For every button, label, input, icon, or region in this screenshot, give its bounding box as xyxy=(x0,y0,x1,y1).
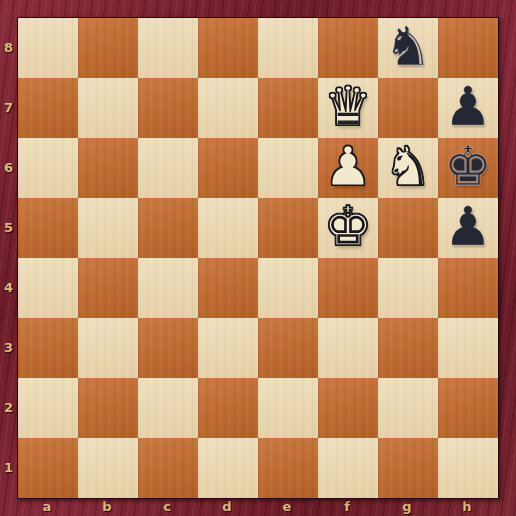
file-label-g: g xyxy=(377,497,437,516)
square-a1[interactable] xyxy=(18,438,78,498)
square-c8[interactable] xyxy=(138,18,198,78)
square-d8[interactable] xyxy=(198,18,258,78)
square-g8[interactable]: ♞ xyxy=(378,18,438,78)
chess-board[interactable]: ♞♛♟♟♞♚♚♟ xyxy=(17,17,499,499)
square-c2[interactable] xyxy=(138,378,198,438)
square-a8[interactable] xyxy=(18,18,78,78)
square-h6[interactable]: ♚ xyxy=(438,138,498,198)
square-c1[interactable] xyxy=(138,438,198,498)
square-b6[interactable] xyxy=(78,138,138,198)
rank-label-6: 6 xyxy=(0,137,17,197)
square-e4[interactable] xyxy=(258,258,318,318)
rank-label-3: 3 xyxy=(0,317,17,377)
square-g4[interactable] xyxy=(378,258,438,318)
square-h7[interactable]: ♟ xyxy=(438,78,498,138)
file-label-h: h xyxy=(437,497,497,516)
rank-label-2: 2 xyxy=(0,377,17,437)
square-h2[interactable] xyxy=(438,378,498,438)
square-a5[interactable] xyxy=(18,198,78,258)
file-label-e: e xyxy=(257,497,317,516)
square-g6[interactable]: ♞ xyxy=(378,138,438,198)
rank-label-1: 1 xyxy=(0,437,17,497)
square-f8[interactable] xyxy=(318,18,378,78)
white-queen-piece[interactable]: ♛ xyxy=(324,80,372,134)
square-e2[interactable] xyxy=(258,378,318,438)
file-label-f: f xyxy=(317,497,377,516)
rank-labels: 87654321 xyxy=(0,17,17,497)
square-a6[interactable] xyxy=(18,138,78,198)
square-g5[interactable] xyxy=(378,198,438,258)
square-c6[interactable] xyxy=(138,138,198,198)
square-d3[interactable] xyxy=(198,318,258,378)
square-g2[interactable] xyxy=(378,378,438,438)
square-b3[interactable] xyxy=(78,318,138,378)
file-label-a: a xyxy=(17,497,77,516)
rank-label-7: 7 xyxy=(0,77,17,137)
black-knight-piece[interactable]: ♞ xyxy=(384,20,432,74)
white-pawn-piece[interactable]: ♟ xyxy=(324,140,372,194)
rank-label-4: 4 xyxy=(0,257,17,317)
square-e1[interactable] xyxy=(258,438,318,498)
square-a4[interactable] xyxy=(18,258,78,318)
square-a3[interactable] xyxy=(18,318,78,378)
white-knight-piece[interactable]: ♞ xyxy=(384,140,432,194)
square-e5[interactable] xyxy=(258,198,318,258)
square-h1[interactable] xyxy=(438,438,498,498)
square-b4[interactable] xyxy=(78,258,138,318)
square-b2[interactable] xyxy=(78,378,138,438)
square-f1[interactable] xyxy=(318,438,378,498)
square-h4[interactable] xyxy=(438,258,498,318)
rank-label-8: 8 xyxy=(0,17,17,77)
square-d5[interactable] xyxy=(198,198,258,258)
square-g1[interactable] xyxy=(378,438,438,498)
square-b1[interactable] xyxy=(78,438,138,498)
square-f5[interactable]: ♚ xyxy=(318,198,378,258)
square-c4[interactable] xyxy=(138,258,198,318)
square-g7[interactable] xyxy=(378,78,438,138)
square-b5[interactable] xyxy=(78,198,138,258)
square-b8[interactable] xyxy=(78,18,138,78)
square-h8[interactable] xyxy=(438,18,498,78)
square-d7[interactable] xyxy=(198,78,258,138)
file-label-b: b xyxy=(77,497,137,516)
chess-board-window: 87654321 abcdefgh ♞♛♟♟♞♚♚♟ xyxy=(0,0,516,516)
square-h5[interactable]: ♟ xyxy=(438,198,498,258)
square-b7[interactable] xyxy=(78,78,138,138)
square-f7[interactable]: ♛ xyxy=(318,78,378,138)
square-e3[interactable] xyxy=(258,318,318,378)
square-e6[interactable] xyxy=(258,138,318,198)
square-c3[interactable] xyxy=(138,318,198,378)
square-c7[interactable] xyxy=(138,78,198,138)
square-f2[interactable] xyxy=(318,378,378,438)
square-a7[interactable] xyxy=(18,78,78,138)
rank-label-5: 5 xyxy=(0,197,17,257)
file-label-c: c xyxy=(137,497,197,516)
square-c5[interactable] xyxy=(138,198,198,258)
file-label-d: d xyxy=(197,497,257,516)
square-a2[interactable] xyxy=(18,378,78,438)
square-f4[interactable] xyxy=(318,258,378,318)
square-d1[interactable] xyxy=(198,438,258,498)
square-e8[interactable] xyxy=(258,18,318,78)
square-e7[interactable] xyxy=(258,78,318,138)
square-h3[interactable] xyxy=(438,318,498,378)
square-d2[interactable] xyxy=(198,378,258,438)
black-pawn-piece[interactable]: ♟ xyxy=(444,80,492,134)
square-f3[interactable] xyxy=(318,318,378,378)
black-king-piece[interactable]: ♚ xyxy=(444,140,492,194)
file-labels: abcdefgh xyxy=(17,497,499,516)
white-king-piece[interactable]: ♚ xyxy=(324,200,372,254)
square-g3[interactable] xyxy=(378,318,438,378)
square-d4[interactable] xyxy=(198,258,258,318)
square-f6[interactable]: ♟ xyxy=(318,138,378,198)
square-d6[interactable] xyxy=(198,138,258,198)
black-pawn-piece[interactable]: ♟ xyxy=(444,200,492,254)
